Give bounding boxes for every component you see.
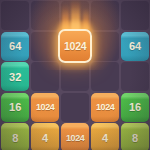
tile-32: 32 bbox=[1, 62, 29, 91]
tile-1024: 1024 bbox=[61, 123, 89, 150]
tile-64: 64 bbox=[121, 32, 149, 61]
cell-r1-c2[interactable]: 1024 bbox=[61, 32, 89, 61]
cell-r0-c4[interactable] bbox=[121, 1, 149, 30]
cell-r0-c0[interactable] bbox=[1, 1, 29, 30]
cell-r4-c4[interactable]: 8 bbox=[121, 123, 149, 150]
cell-r3-c4[interactable]: 16 bbox=[121, 93, 149, 122]
cell-r3-c2[interactable] bbox=[61, 93, 89, 122]
cell-r4-c3[interactable]: 4 bbox=[91, 123, 119, 150]
tile-1024: 1024 bbox=[31, 93, 59, 122]
cell-r0-c3[interactable] bbox=[91, 1, 119, 30]
cell-r4-c0[interactable]: 8 bbox=[1, 123, 29, 150]
cell-r2-c2[interactable] bbox=[61, 62, 89, 91]
cell-r0-c2[interactable] bbox=[61, 1, 89, 30]
cell-r4-c2[interactable]: 1024 bbox=[61, 123, 89, 150]
cell-r4-c1[interactable]: 4 bbox=[31, 123, 59, 150]
tile-8: 8 bbox=[1, 123, 29, 150]
tile-4: 4 bbox=[31, 123, 59, 150]
tile-8: 8 bbox=[121, 123, 149, 150]
cell-r1-c3[interactable] bbox=[91, 32, 119, 61]
cell-r0-c1[interactable] bbox=[31, 1, 59, 30]
tile-1024: 1024 bbox=[91, 93, 119, 122]
cell-r3-c1[interactable]: 1024 bbox=[31, 93, 59, 122]
tile-16: 16 bbox=[1, 93, 29, 122]
cell-r2-c4[interactable] bbox=[121, 62, 149, 91]
tile-64: 64 bbox=[1, 32, 29, 61]
cell-r3-c0[interactable]: 16 bbox=[1, 93, 29, 122]
cell-r1-c4[interactable]: 64 bbox=[121, 32, 149, 61]
cell-r2-c0[interactable]: 32 bbox=[1, 62, 29, 91]
falling-tile-1024[interactable]: 1024 bbox=[58, 29, 91, 63]
tile-16: 16 bbox=[121, 93, 149, 122]
cell-r2-c1[interactable] bbox=[31, 62, 59, 91]
board-grid: 641024643216102410241684102448 bbox=[0, 0, 150, 150]
cell-r2-c3[interactable] bbox=[91, 62, 119, 91]
game-board: 641024643216102410241684102448 bbox=[0, 0, 150, 150]
tile-4: 4 bbox=[91, 123, 119, 150]
cell-r1-c0[interactable]: 64 bbox=[1, 32, 29, 61]
cell-r1-c1[interactable] bbox=[31, 32, 59, 61]
cell-r3-c3[interactable]: 1024 bbox=[91, 93, 119, 122]
